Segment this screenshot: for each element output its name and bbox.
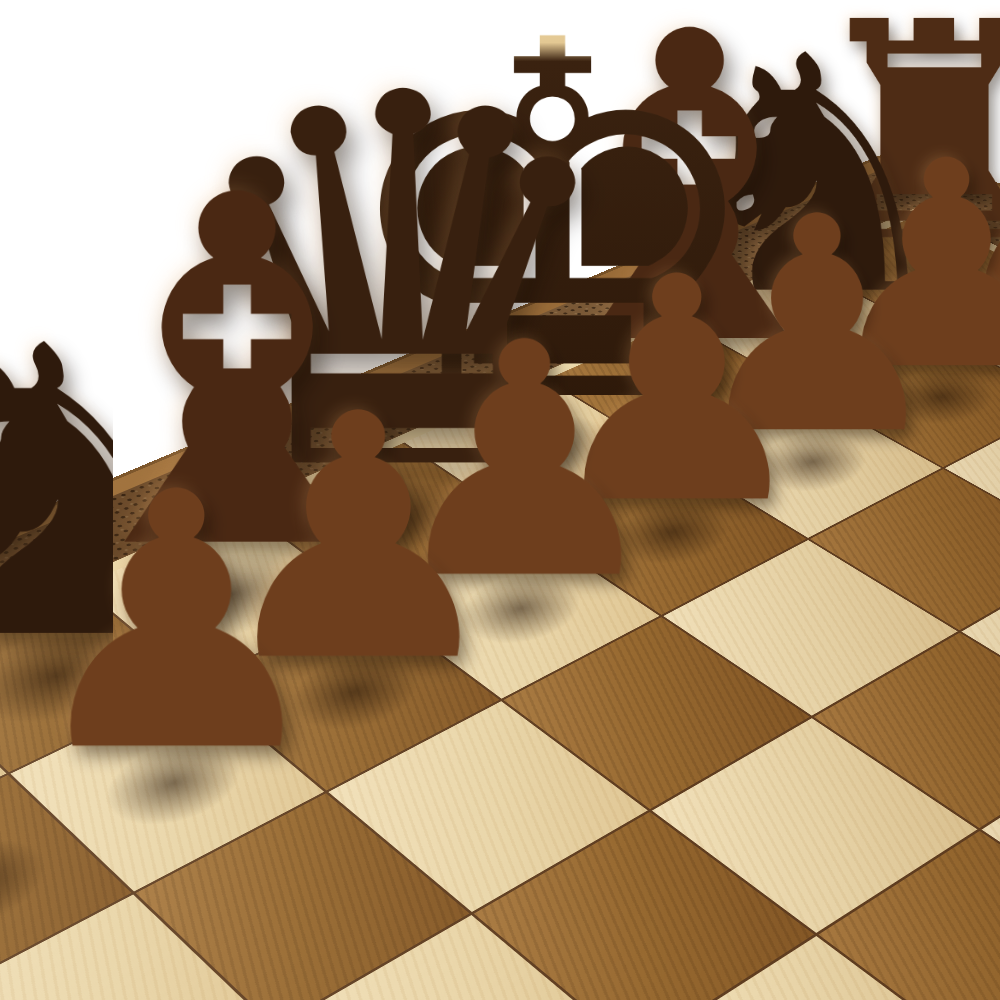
chess-board: ♞♝♛♚♝♞♜♟♟♟♟♟♟♟♟ <box>0 143 1000 1000</box>
chess-set-photo: ♞♝♛♚♝♞♜♟♟♟♟♟♟♟♟ <box>0 0 1000 1000</box>
pawn-icon: ♟ <box>0 540 337 892</box>
